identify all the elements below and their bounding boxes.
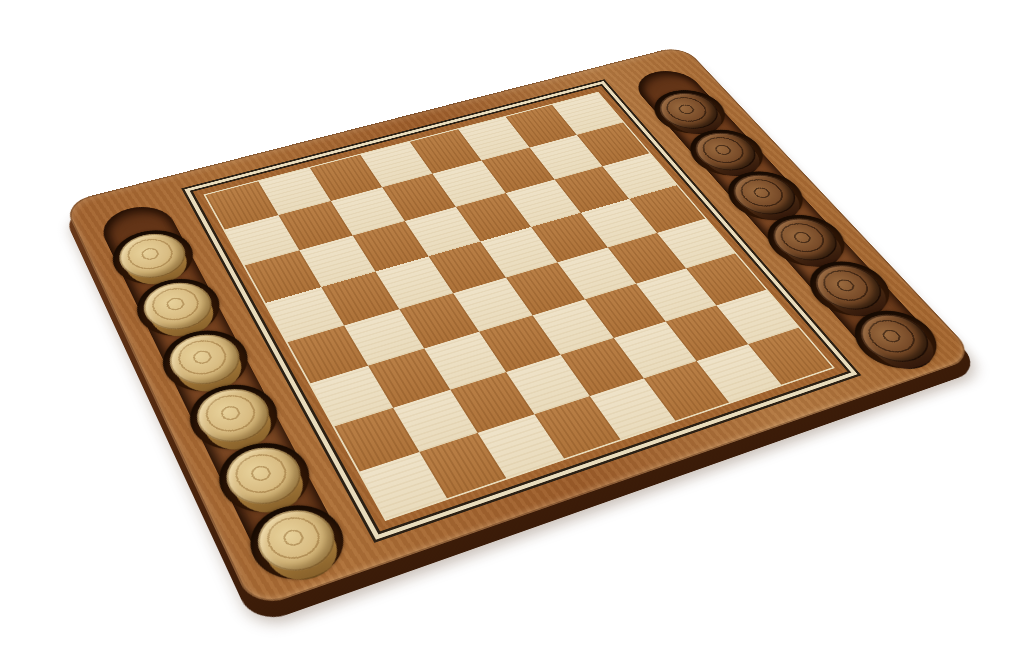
product-photo-scene	[0, 0, 1024, 668]
checkers-board	[63, 45, 977, 610]
